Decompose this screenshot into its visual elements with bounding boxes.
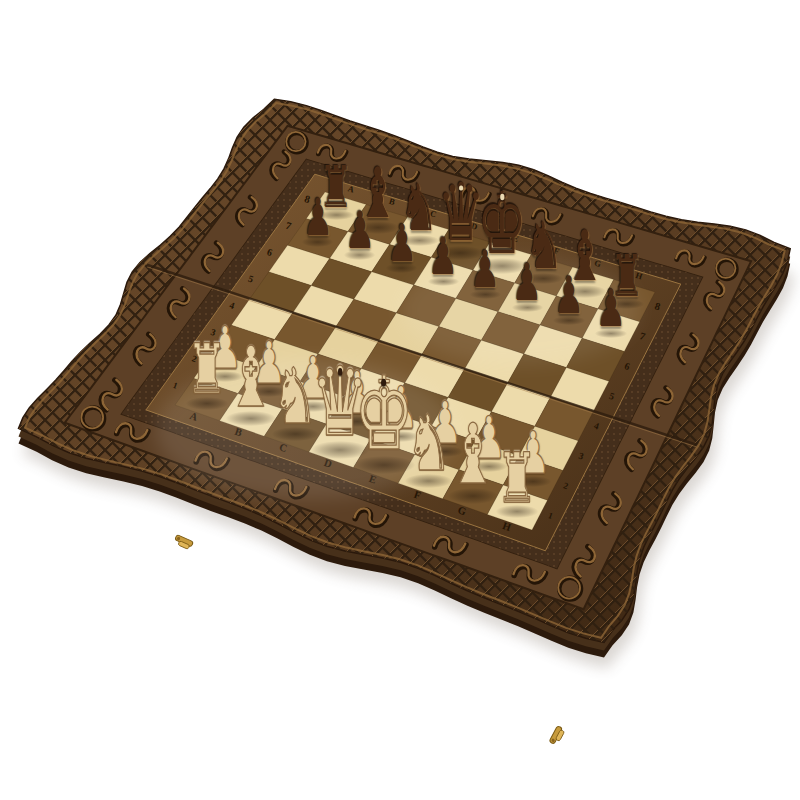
product-photo: AABBCCDDEEFFGGHH1122334455667788 ♜♝♞♛♚♞♝…: [0, 0, 800, 800]
carved-chess-board: AABBCCDDEEFFGGHH1122334455667788: [0, 0, 800, 800]
brass-latch-bottom: [549, 726, 565, 746]
brass-latch-left: [173, 535, 193, 551]
